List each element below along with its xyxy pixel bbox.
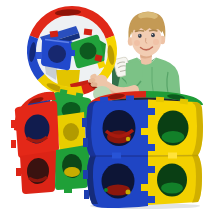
tab-blue bbox=[68, 50, 75, 56]
cheek bbox=[134, 40, 140, 46]
eyebrow bbox=[150, 30, 158, 31]
tab-red bbox=[50, 30, 59, 37]
tab-red bbox=[11, 120, 16, 128]
tab-blue bbox=[147, 108, 155, 115]
hole-green-glimpse bbox=[162, 131, 185, 143]
tab-yellow bbox=[168, 153, 177, 159]
finger bbox=[91, 82, 98, 87]
ball-panel-green-hole bbox=[80, 43, 97, 60]
right-cylinder bbox=[82, 91, 203, 209]
tab-blue bbox=[112, 153, 121, 159]
eye bbox=[151, 33, 155, 37]
tab-red bbox=[44, 93, 51, 99]
tab-blue bbox=[83, 170, 88, 179]
tab-red bbox=[16, 168, 21, 176]
tab-blue bbox=[82, 118, 87, 127]
tab-blue bbox=[147, 144, 155, 151]
drum-hole-yellow-glimpse bbox=[64, 167, 80, 177]
scene-canvas bbox=[0, 0, 210, 210]
eye-glint bbox=[152, 34, 153, 35]
cheek bbox=[153, 39, 159, 45]
tab-blue bbox=[126, 96, 134, 101]
tab-yellow bbox=[141, 128, 149, 135]
tab-yellow bbox=[141, 184, 149, 191]
tab-red bbox=[84, 29, 93, 36]
tab-blue bbox=[84, 190, 89, 199]
tab-red bbox=[11, 140, 16, 148]
tab-blue bbox=[100, 97, 108, 103]
hole-green-glint bbox=[104, 188, 108, 192]
tab-green bbox=[64, 188, 72, 193]
hole-yellow-glint bbox=[126, 190, 131, 195]
tab-blue bbox=[83, 138, 88, 147]
tab-blue bbox=[147, 166, 155, 173]
eye bbox=[138, 34, 142, 38]
eye-glint bbox=[139, 35, 140, 36]
ball-panel-blue-hole bbox=[48, 45, 66, 63]
product-photo bbox=[0, 0, 210, 210]
left-drum bbox=[11, 89, 93, 194]
drum-interior-yellow-hole bbox=[63, 123, 79, 141]
tab-blue bbox=[147, 196, 155, 203]
hole-yellow-glint bbox=[126, 137, 130, 141]
hole-green-glimpse bbox=[161, 183, 183, 194]
tab-blue bbox=[36, 52, 42, 59]
tab-yellow bbox=[156, 97, 164, 102]
